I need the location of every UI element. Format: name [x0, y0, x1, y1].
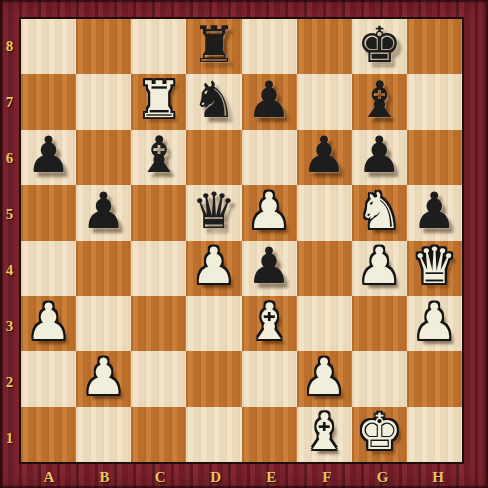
square-c5[interactable] — [131, 185, 186, 240]
square-e8[interactable] — [242, 19, 297, 74]
square-h8[interactable] — [407, 19, 462, 74]
square-d6[interactable] — [186, 130, 241, 185]
square-c2[interactable] — [131, 351, 186, 406]
piece-white-bishop[interactable]: ♝ — [247, 297, 292, 347]
square-f1[interactable]: ♝ — [297, 407, 352, 462]
square-f6[interactable]: ♟ — [297, 130, 352, 185]
file-label-a: A — [21, 466, 77, 488]
square-g1[interactable]: ♚ — [352, 407, 407, 462]
square-c7[interactable]: ♜ — [131, 74, 186, 129]
piece-white-pawn[interactable]: ♟ — [247, 186, 292, 236]
piece-black-pawn[interactable]: ♟ — [26, 130, 71, 180]
square-b3[interactable] — [76, 296, 131, 351]
rank-label-3: 3 — [0, 298, 19, 354]
piece-white-queen[interactable]: ♛ — [412, 241, 457, 291]
piece-white-pawn[interactable]: ♟ — [26, 297, 71, 347]
square-g6[interactable]: ♟ — [352, 130, 407, 185]
square-b2[interactable]: ♟ — [76, 351, 131, 406]
square-f3[interactable] — [297, 296, 352, 351]
square-d5[interactable]: ♛ — [186, 185, 241, 240]
square-f8[interactable] — [297, 19, 352, 74]
rank-label-2: 2 — [0, 354, 19, 410]
square-c4[interactable] — [131, 241, 186, 296]
file-label-b: B — [77, 466, 133, 488]
square-e5[interactable]: ♟ — [242, 185, 297, 240]
piece-black-king[interactable]: ♚ — [357, 20, 402, 70]
piece-black-bishop[interactable]: ♝ — [136, 130, 181, 180]
piece-white-king[interactable]: ♚ — [357, 407, 402, 457]
chess-board: ♜♚♜♞♟♝♟♝♟♟♟♛♟♞♟♟♟♟♛♟♝♟♟♟♝♚ — [19, 17, 464, 464]
piece-black-pawn[interactable]: ♟ — [412, 186, 457, 236]
square-d7[interactable]: ♞ — [186, 74, 241, 129]
square-h2[interactable] — [407, 351, 462, 406]
square-a4[interactable] — [21, 241, 76, 296]
square-f5[interactable] — [297, 185, 352, 240]
rank-label-1: 1 — [0, 410, 19, 466]
file-label-g: G — [355, 466, 411, 488]
piece-black-pawn[interactable]: ♟ — [302, 130, 347, 180]
piece-white-pawn[interactable]: ♟ — [412, 297, 457, 347]
piece-black-pawn[interactable]: ♟ — [247, 241, 292, 291]
square-d4[interactable]: ♟ — [186, 241, 241, 296]
square-h6[interactable] — [407, 130, 462, 185]
square-e6[interactable] — [242, 130, 297, 185]
square-d3[interactable] — [186, 296, 241, 351]
square-a8[interactable] — [21, 19, 76, 74]
piece-black-pawn[interactable]: ♟ — [357, 130, 402, 180]
square-e7[interactable]: ♟ — [242, 74, 297, 129]
piece-white-rook[interactable]: ♜ — [136, 75, 181, 125]
square-e3[interactable]: ♝ — [242, 296, 297, 351]
square-a3[interactable]: ♟ — [21, 296, 76, 351]
square-h7[interactable] — [407, 74, 462, 129]
piece-black-bishop[interactable]: ♝ — [357, 75, 402, 125]
square-h4[interactable]: ♛ — [407, 241, 462, 296]
rank-label-8: 8 — [0, 19, 19, 75]
square-g8[interactable]: ♚ — [352, 19, 407, 74]
piece-black-rook[interactable]: ♜ — [192, 20, 237, 70]
square-g2[interactable] — [352, 351, 407, 406]
file-labels: A B C D E F G H — [21, 466, 466, 488]
square-e4[interactable]: ♟ — [242, 241, 297, 296]
piece-black-queen[interactable]: ♛ — [192, 186, 237, 236]
file-label-d: D — [188, 466, 244, 488]
piece-white-pawn[interactable]: ♟ — [357, 241, 402, 291]
piece-white-bishop[interactable]: ♝ — [302, 407, 347, 457]
rank-label-5: 5 — [0, 187, 19, 243]
piece-black-pawn[interactable]: ♟ — [81, 186, 126, 236]
square-f7[interactable] — [297, 74, 352, 129]
square-c3[interactable] — [131, 296, 186, 351]
file-label-f: F — [299, 466, 355, 488]
square-a6[interactable]: ♟ — [21, 130, 76, 185]
chess-board-frame: 8 7 6 5 4 3 2 1 ♜♚♜♞♟♝♟♝♟♟♟♛♟♞♟♟♟♟♛♟♝♟♟♟… — [0, 0, 488, 488]
piece-black-knight[interactable]: ♞ — [192, 75, 237, 125]
square-a7[interactable] — [21, 74, 76, 129]
square-c8[interactable] — [131, 19, 186, 74]
rank-label-6: 6 — [0, 131, 19, 187]
square-c1[interactable] — [131, 407, 186, 462]
square-e1[interactable] — [242, 407, 297, 462]
square-f4[interactable] — [297, 241, 352, 296]
square-b8[interactable] — [76, 19, 131, 74]
rank-label-4: 4 — [0, 243, 19, 299]
square-a1[interactable] — [21, 407, 76, 462]
piece-white-knight[interactable]: ♞ — [357, 186, 402, 236]
square-h3[interactable]: ♟ — [407, 296, 462, 351]
square-b6[interactable] — [76, 130, 131, 185]
square-b5[interactable]: ♟ — [76, 185, 131, 240]
square-c6[interactable]: ♝ — [131, 130, 186, 185]
rank-label-7: 7 — [0, 75, 19, 131]
square-g3[interactable] — [352, 296, 407, 351]
square-a2[interactable] — [21, 351, 76, 406]
rank-labels: 8 7 6 5 4 3 2 1 — [0, 19, 19, 466]
square-a5[interactable] — [21, 185, 76, 240]
square-f2[interactable]: ♟ — [297, 351, 352, 406]
file-label-h: H — [410, 466, 466, 488]
square-e2[interactable] — [242, 351, 297, 406]
square-h1[interactable] — [407, 407, 462, 462]
square-d8[interactable]: ♜ — [186, 19, 241, 74]
file-label-e: E — [244, 466, 300, 488]
file-label-c: C — [132, 466, 188, 488]
piece-white-pawn[interactable]: ♟ — [81, 352, 126, 402]
square-g7[interactable]: ♝ — [352, 74, 407, 129]
piece-white-pawn[interactable]: ♟ — [192, 241, 237, 291]
piece-black-pawn[interactable]: ♟ — [247, 75, 292, 125]
square-b7[interactable] — [76, 74, 131, 129]
square-d1[interactable] — [186, 407, 241, 462]
square-b1[interactable] — [76, 407, 131, 462]
square-g5[interactable]: ♞ — [352, 185, 407, 240]
square-g4[interactable]: ♟ — [352, 241, 407, 296]
piece-white-pawn[interactable]: ♟ — [302, 352, 347, 402]
square-b4[interactable] — [76, 241, 131, 296]
square-h5[interactable]: ♟ — [407, 185, 462, 240]
square-d2[interactable] — [186, 351, 241, 406]
